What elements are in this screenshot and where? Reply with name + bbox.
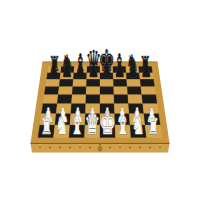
piece-black-pawn-b7: ♟ bbox=[61, 58, 72, 82]
square-d5 bbox=[86, 86, 100, 94]
square-e5 bbox=[100, 86, 114, 94]
square-b4 bbox=[57, 94, 72, 103]
piece-white-rook-h1: ♜ bbox=[147, 114, 159, 139]
piece-white-knight-g1: ♞ bbox=[131, 111, 144, 140]
rail-pin bbox=[119, 146, 121, 148]
square-c5 bbox=[72, 86, 86, 94]
rail-pin bbox=[139, 146, 141, 148]
square-c4 bbox=[72, 94, 87, 103]
square-h4 bbox=[142, 94, 157, 103]
rail-pin bbox=[59, 146, 61, 148]
square-g4 bbox=[128, 94, 143, 103]
piece-black-pawn-f7: ♟ bbox=[114, 58, 125, 82]
piece-white-queen-d1: ♛ bbox=[85, 108, 101, 140]
latch-screw bbox=[99, 144, 101, 146]
rail-pin bbox=[149, 146, 151, 148]
rail-pin bbox=[79, 146, 81, 148]
chess-set-product-photo: ♜♞♝♛♚♝♞♜♟♟♟♟♟♟♟♟♟♟♟♟♟♟♟♟♜♞♝♛♚♝♞♜ bbox=[0, 0, 200, 200]
piece-black-pawn-a7: ♟ bbox=[48, 58, 59, 82]
piece-black-pawn-h7: ♟ bbox=[141, 58, 152, 82]
piece-black-pawn-e7: ♟ bbox=[101, 58, 112, 82]
piece-white-knight-b1: ♞ bbox=[55, 111, 68, 140]
rail-pin bbox=[89, 146, 91, 148]
square-d4 bbox=[86, 94, 100, 103]
square-h5 bbox=[141, 86, 156, 94]
rail-pin bbox=[159, 146, 161, 148]
chess-board-scene: ♜♞♝♛♚♝♞♜♟♟♟♟♟♟♟♟♟♟♟♟♟♟♟♟♜♞♝♛♚♝♞♜ bbox=[0, 0, 200, 200]
square-b5 bbox=[58, 86, 72, 94]
square-a4 bbox=[43, 94, 58, 103]
piece-white-bishop-f1: ♝ bbox=[116, 111, 130, 140]
latch-knob bbox=[98, 147, 102, 151]
piece-white-king-e1: ♚ bbox=[99, 106, 116, 141]
piece-white-rook-a1: ♜ bbox=[40, 114, 52, 139]
square-g5 bbox=[127, 86, 141, 94]
square-a5 bbox=[44, 86, 59, 94]
rail-pin bbox=[69, 146, 71, 148]
piece-black-pawn-d7: ♟ bbox=[88, 58, 99, 82]
rail-pin bbox=[129, 146, 131, 148]
rail-pin bbox=[49, 146, 51, 148]
rail-pin bbox=[39, 146, 41, 148]
square-f5 bbox=[114, 86, 128, 94]
rail-pin bbox=[109, 146, 111, 148]
square-f4 bbox=[114, 94, 129, 103]
piece-black-pawn-g7: ♟ bbox=[127, 58, 138, 82]
piece-black-pawn-c7: ♟ bbox=[75, 58, 86, 82]
piece-white-bishop-c1: ♝ bbox=[70, 111, 84, 140]
square-e4 bbox=[100, 94, 114, 103]
